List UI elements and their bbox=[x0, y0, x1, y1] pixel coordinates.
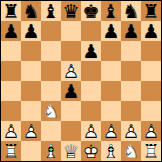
white-piece-outline: ♙ bbox=[81, 121, 101, 141]
square-a8[interactable]: ♜ bbox=[1, 1, 21, 21]
square-b5[interactable] bbox=[21, 61, 41, 81]
white-knight[interactable]: ♞♘ bbox=[121, 141, 141, 161]
square-h6[interactable] bbox=[141, 41, 161, 61]
white-piece-outline: ♙ bbox=[121, 121, 141, 141]
black-pawn[interactable]: ♟ bbox=[1, 21, 21, 41]
white-piece-outline: ♘ bbox=[41, 101, 61, 121]
square-g8[interactable]: ♞ bbox=[121, 1, 141, 21]
white-pawn[interactable]: ♟♙ bbox=[21, 121, 41, 141]
square-c1[interactable]: ♝♗ bbox=[41, 141, 61, 161]
square-b2[interactable]: ♟♙ bbox=[21, 121, 41, 141]
black-queen[interactable]: ♛ bbox=[61, 1, 81, 21]
square-a7[interactable]: ♟ bbox=[1, 21, 21, 41]
square-g6[interactable] bbox=[121, 41, 141, 61]
square-c2[interactable] bbox=[41, 121, 61, 141]
square-d7[interactable] bbox=[61, 21, 81, 41]
square-g4[interactable] bbox=[121, 81, 141, 101]
white-piece-outline: ♕ bbox=[61, 141, 81, 161]
square-g3[interactable] bbox=[121, 101, 141, 121]
black-rook[interactable]: ♜ bbox=[1, 1, 21, 21]
square-f1[interactable]: ♝♗ bbox=[101, 141, 121, 161]
square-c8[interactable]: ♝ bbox=[41, 1, 61, 21]
white-piece-outline: ♗ bbox=[41, 141, 61, 161]
white-piece-outline: ♙ bbox=[1, 121, 21, 141]
square-d2[interactable] bbox=[61, 121, 81, 141]
black-knight[interactable]: ♞ bbox=[21, 1, 41, 21]
black-pawn[interactable]: ♟ bbox=[81, 41, 101, 61]
square-f5[interactable] bbox=[101, 61, 121, 81]
square-b3[interactable] bbox=[21, 101, 41, 121]
white-bishop[interactable]: ♝♗ bbox=[101, 141, 121, 161]
square-h7[interactable]: ♟ bbox=[141, 21, 161, 41]
square-g1[interactable]: ♞♘ bbox=[121, 141, 141, 161]
square-d1[interactable]: ♛♕ bbox=[61, 141, 81, 161]
square-g5[interactable] bbox=[121, 61, 141, 81]
square-g7[interactable]: ♟ bbox=[121, 21, 141, 41]
black-knight[interactable]: ♞ bbox=[121, 1, 141, 21]
square-b8[interactable]: ♞ bbox=[21, 1, 41, 21]
square-h4[interactable] bbox=[141, 81, 161, 101]
white-pawn[interactable]: ♟♙ bbox=[121, 121, 141, 141]
black-pawn[interactable]: ♟ bbox=[61, 81, 81, 101]
square-c3[interactable]: ♞♘ bbox=[41, 101, 61, 121]
white-piece-outline: ♗ bbox=[101, 141, 121, 161]
black-bishop[interactable]: ♝ bbox=[101, 1, 121, 21]
square-f2[interactable]: ♟♙ bbox=[101, 121, 121, 141]
square-h5[interactable] bbox=[141, 61, 161, 81]
white-piece-outline: ♙ bbox=[141, 121, 161, 141]
square-a3[interactable] bbox=[1, 101, 21, 121]
white-piece-outline: ♖ bbox=[1, 141, 21, 161]
black-pawn[interactable]: ♟ bbox=[121, 21, 141, 41]
square-b6[interactable] bbox=[21, 41, 41, 61]
square-b4[interactable] bbox=[21, 81, 41, 101]
square-e6[interactable]: ♟ bbox=[81, 41, 101, 61]
square-e1[interactable]: ♚♔ bbox=[81, 141, 101, 161]
square-f4[interactable] bbox=[101, 81, 121, 101]
white-rook[interactable]: ♜♖ bbox=[141, 141, 161, 161]
white-pawn[interactable]: ♟♙ bbox=[1, 121, 21, 141]
square-f8[interactable]: ♝ bbox=[101, 1, 121, 21]
square-e3[interactable] bbox=[81, 101, 101, 121]
square-d3[interactable] bbox=[61, 101, 81, 121]
square-f6[interactable] bbox=[101, 41, 121, 61]
black-rook[interactable]: ♜ bbox=[141, 1, 161, 21]
white-bishop[interactable]: ♝♗ bbox=[41, 141, 61, 161]
white-piece-outline: ♙ bbox=[101, 121, 121, 141]
square-e5[interactable] bbox=[81, 61, 101, 81]
square-h2[interactable]: ♟♙ bbox=[141, 121, 161, 141]
square-a4[interactable] bbox=[1, 81, 21, 101]
black-pawn[interactable]: ♟ bbox=[101, 21, 121, 41]
square-e7[interactable] bbox=[81, 21, 101, 41]
white-piece-outline: ♔ bbox=[81, 141, 101, 161]
square-h8[interactable]: ♜ bbox=[141, 1, 161, 21]
white-queen[interactable]: ♛♕ bbox=[61, 141, 81, 161]
square-e8[interactable]: ♚ bbox=[81, 1, 101, 21]
square-e2[interactable]: ♟♙ bbox=[81, 121, 101, 141]
square-d8[interactable]: ♛ bbox=[61, 1, 81, 21]
white-king[interactable]: ♚♔ bbox=[81, 141, 101, 161]
square-a2[interactable]: ♟♙ bbox=[1, 121, 21, 141]
square-c5[interactable] bbox=[41, 61, 61, 81]
black-pawn[interactable]: ♟ bbox=[21, 21, 41, 41]
square-a5[interactable] bbox=[1, 61, 21, 81]
white-piece-outline: ♘ bbox=[121, 141, 141, 161]
square-f3[interactable] bbox=[101, 101, 121, 121]
white-piece-outline: ♙ bbox=[21, 121, 41, 141]
square-d6[interactable] bbox=[61, 41, 81, 61]
chess-board-grid: ♜♞♝♛♚♝♞♜♟♟♟♟♟♟♟♙♟♞♘♟♙♟♙♟♙♟♙♟♙♟♙♜♖♝♗♛♕♚♔♝… bbox=[1, 1, 161, 161]
chess-board: ♜♞♝♛♚♝♞♜♟♟♟♟♟♟♟♙♟♞♘♟♙♟♙♟♙♟♙♟♙♟♙♜♖♝♗♛♕♚♔♝… bbox=[0, 0, 162, 162]
white-pawn[interactable]: ♟♙ bbox=[101, 121, 121, 141]
square-b7[interactable]: ♟ bbox=[21, 21, 41, 41]
white-pawn[interactable]: ♟♙ bbox=[61, 61, 81, 81]
white-knight[interactable]: ♞♘ bbox=[41, 101, 61, 121]
square-c4[interactable] bbox=[41, 81, 61, 101]
white-pawn[interactable]: ♟♙ bbox=[141, 121, 161, 141]
square-c7[interactable] bbox=[41, 21, 61, 41]
white-piece-outline: ♖ bbox=[141, 141, 161, 161]
black-bishop[interactable]: ♝ bbox=[41, 1, 61, 21]
square-h1[interactable]: ♜♖ bbox=[141, 141, 161, 161]
square-g2[interactable]: ♟♙ bbox=[121, 121, 141, 141]
black-king[interactable]: ♚ bbox=[81, 1, 101, 21]
square-d5[interactable]: ♟♙ bbox=[61, 61, 81, 81]
square-h3[interactable] bbox=[141, 101, 161, 121]
square-f7[interactable]: ♟ bbox=[101, 21, 121, 41]
square-c6[interactable] bbox=[41, 41, 61, 61]
square-d4[interactable]: ♟ bbox=[61, 81, 81, 101]
square-b1[interactable] bbox=[21, 141, 41, 161]
white-piece-outline: ♙ bbox=[61, 61, 81, 81]
square-a6[interactable] bbox=[1, 41, 21, 61]
black-pawn[interactable]: ♟ bbox=[141, 21, 161, 41]
white-rook[interactable]: ♜♖ bbox=[1, 141, 21, 161]
square-a1[interactable]: ♜♖ bbox=[1, 141, 21, 161]
square-e4[interactable] bbox=[81, 81, 101, 101]
white-pawn[interactable]: ♟♙ bbox=[81, 121, 101, 141]
